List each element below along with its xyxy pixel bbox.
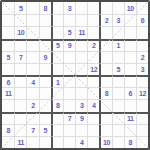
cell-r6c8[interactable]	[99, 75, 111, 87]
cell-r3c2[interactable]	[26, 39, 38, 51]
cell-r8c10[interactable]	[124, 99, 136, 111]
cell-r3c4[interactable]: 5	[51, 39, 63, 51]
cell-r11c3[interactable]	[39, 136, 51, 148]
cell-r5c7[interactable]: 12	[87, 63, 99, 75]
cell-r10c8[interactable]	[99, 124, 111, 136]
cell-r11c1[interactable]: 11	[14, 136, 26, 148]
cell-r3c9[interactable]: 1	[112, 39, 124, 51]
cell-r2c5[interactable]: 5	[63, 26, 75, 38]
cell-r4c2[interactable]	[26, 51, 38, 63]
cell-r5c9[interactable]: 5	[112, 63, 124, 75]
cell-r4c4[interactable]	[51, 51, 63, 63]
cell-r8c3[interactable]	[39, 99, 51, 111]
cell-r0c10[interactable]: 10	[124, 2, 136, 14]
cell-r0c2[interactable]	[26, 2, 38, 14]
cell-r0c6[interactable]	[75, 2, 87, 14]
cell-r2c8[interactable]	[99, 26, 111, 38]
cell-r0c8[interactable]	[99, 2, 111, 14]
cell-r7c7[interactable]	[87, 87, 99, 99]
cell-r6c11[interactable]	[136, 75, 148, 87]
cell-r7c10[interactable]: 6	[124, 87, 136, 99]
cell-r8c0[interactable]	[2, 99, 14, 111]
cell-r7c0[interactable]: 11	[2, 87, 14, 99]
cell-r7c11[interactable]: 12	[136, 87, 148, 99]
cell-r5c4[interactable]	[51, 63, 63, 75]
cell-r1c4[interactable]	[51, 14, 63, 26]
cell-r5c3[interactable]	[39, 63, 51, 75]
cell-r1c3[interactable]	[39, 14, 51, 26]
cell-r8c6[interactable]: 3	[75, 99, 87, 111]
cell-r9c9[interactable]	[112, 112, 124, 124]
cell-r6c10[interactable]	[124, 75, 136, 87]
cell-r8c4[interactable]: 8	[51, 99, 63, 111]
cell-r7c4[interactable]	[51, 87, 63, 99]
cell-r11c2[interactable]	[26, 136, 38, 148]
cell-r5c0[interactable]	[2, 63, 14, 75]
cell-r7c3[interactable]	[39, 87, 51, 99]
cell-r6c5[interactable]	[63, 75, 75, 87]
cell-r6c9[interactable]	[112, 75, 124, 87]
cell-r4c1[interactable]: 7	[14, 51, 26, 63]
cell-r7c5[interactable]	[63, 87, 75, 99]
cell-r10c2[interactable]: 7	[26, 124, 38, 136]
cell-r9c7[interactable]	[87, 112, 99, 124]
cell-r0c1[interactable]: 5	[14, 2, 26, 14]
cell-r3c10[interactable]	[124, 39, 136, 51]
cell-r1c1[interactable]	[14, 14, 26, 26]
cell-r0c5[interactable]: 3	[63, 2, 75, 14]
cell-r5c11[interactable]: 3	[136, 63, 148, 75]
cell-r2c7[interactable]	[87, 26, 99, 38]
cell-r6c4[interactable]: 1	[51, 75, 63, 87]
cell-r2c4[interactable]	[51, 26, 63, 38]
cell-r1c11[interactable]: 6	[136, 14, 148, 26]
cell-r1c6[interactable]	[75, 14, 87, 26]
cell-r2c1[interactable]: 10	[14, 26, 26, 38]
cell-r8c9[interactable]	[112, 99, 124, 111]
cell-r11c5[interactable]	[63, 136, 75, 148]
cell-r5c5[interactable]	[63, 63, 75, 75]
cell-r10c1[interactable]	[14, 124, 26, 136]
cell-r3c5[interactable]: 9	[63, 39, 75, 51]
cell-r0c4[interactable]	[51, 2, 63, 14]
cell-r11c6[interactable]: 4	[75, 136, 87, 148]
cell-r7c2[interactable]	[26, 87, 38, 99]
cell-r6c1[interactable]	[14, 75, 26, 87]
cell-r10c0[interactable]: 8	[2, 124, 14, 136]
cell-r2c10[interactable]	[124, 26, 136, 38]
cell-r8c11[interactable]	[136, 99, 148, 111]
cell-r9c0[interactable]	[2, 112, 14, 124]
cell-r9c4[interactable]	[51, 112, 63, 124]
cell-r2c3[interactable]	[39, 26, 51, 38]
cell-r4c11[interactable]: 2	[136, 51, 148, 63]
cell-r6c3[interactable]	[39, 75, 51, 87]
cell-r8c5[interactable]	[63, 99, 75, 111]
cell-r3c0[interactable]	[2, 39, 14, 51]
cell-r1c8[interactable]: 2	[99, 14, 111, 26]
cell-r8c1[interactable]	[14, 99, 26, 111]
cell-r3c3[interactable]	[39, 39, 51, 51]
cell-r1c0[interactable]	[2, 14, 14, 26]
sudoku-board: 5831023610511592157921253641118612283479…	[0, 0, 150, 150]
cell-r4c5[interactable]	[63, 51, 75, 63]
cell-r1c9[interactable]: 3	[112, 14, 124, 26]
cell-r4c6[interactable]	[75, 51, 87, 63]
cell-r0c0[interactable]	[2, 2, 14, 14]
cell-r5c6[interactable]	[75, 63, 87, 75]
cell-r3c7[interactable]: 2	[87, 39, 99, 51]
cell-r2c9[interactable]	[112, 26, 124, 38]
cell-r0c11[interactable]	[136, 2, 148, 14]
cell-r10c6[interactable]	[75, 124, 87, 136]
cell-r5c8[interactable]	[99, 63, 111, 75]
cell-r7c1[interactable]	[14, 87, 26, 99]
cell-r4c10[interactable]	[124, 51, 136, 63]
cell-r5c2[interactable]	[26, 63, 38, 75]
cell-r6c6[interactable]	[75, 75, 87, 87]
cell-r10c5[interactable]	[63, 124, 75, 136]
cell-r3c1[interactable]	[14, 39, 26, 51]
cell-r6c2[interactable]: 4	[26, 75, 38, 87]
cell-r11c11[interactable]	[136, 136, 148, 148]
cell-r4c9[interactable]	[112, 51, 124, 63]
cell-r4c7[interactable]	[87, 51, 99, 63]
cell-r2c11[interactable]	[136, 26, 148, 38]
cell-r1c2[interactable]	[26, 14, 38, 26]
cell-r9c8[interactable]	[99, 112, 111, 124]
cell-r0c7[interactable]	[87, 2, 99, 14]
cell-r10c9[interactable]	[112, 124, 124, 136]
cell-r7c6[interactable]	[75, 87, 87, 99]
cell-r7c9[interactable]	[112, 87, 124, 99]
cell-r9c10[interactable]: 11	[124, 112, 136, 124]
cell-r6c0[interactable]: 6	[2, 75, 14, 87]
cell-r11c9[interactable]	[112, 136, 124, 148]
cell-r11c0[interactable]	[2, 136, 14, 148]
cell-r8c8[interactable]	[99, 99, 111, 111]
cell-r10c11[interactable]	[136, 124, 148, 136]
cell-r1c5[interactable]	[63, 14, 75, 26]
cell-r5c10[interactable]	[124, 63, 136, 75]
cell-r4c8[interactable]	[99, 51, 111, 63]
cell-r2c6[interactable]: 11	[75, 26, 87, 38]
cell-r3c8[interactable]	[99, 39, 111, 51]
cell-r10c4[interactable]	[51, 124, 63, 136]
cell-r0c3[interactable]: 8	[39, 2, 51, 14]
cell-r9c11[interactable]	[136, 112, 148, 124]
cell-r6c7[interactable]	[87, 75, 99, 87]
cell-r10c3[interactable]: 5	[39, 124, 51, 136]
cell-r8c2[interactable]: 2	[26, 99, 38, 111]
cell-r11c7[interactable]	[87, 136, 99, 148]
cell-r9c3[interactable]	[39, 112, 51, 124]
cell-r8c7[interactable]: 4	[87, 99, 99, 111]
cell-r11c4[interactable]	[51, 136, 63, 148]
cell-r2c2[interactable]	[26, 26, 38, 38]
cell-r3c6[interactable]	[75, 39, 87, 51]
cell-r3c11[interactable]	[136, 39, 148, 51]
sudoku-app: 5831023610511592157921253641118612283479…	[0, 0, 150, 150]
cell-r9c2[interactable]	[26, 112, 38, 124]
cell-r9c1[interactable]	[14, 112, 26, 124]
cell-r1c10[interactable]	[124, 14, 136, 26]
cell-r10c10[interactable]	[124, 124, 136, 136]
cell-r4c0[interactable]: 5	[2, 51, 14, 63]
cell-r4c3[interactable]: 9	[39, 51, 51, 63]
cell-r9c6[interactable]: 9	[75, 112, 87, 124]
cell-r2c0[interactable]	[2, 26, 14, 38]
cell-r5c1[interactable]	[14, 63, 26, 75]
cell-r0c9[interactable]	[112, 2, 124, 14]
cell-r10c7[interactable]	[87, 124, 99, 136]
cell-r11c10[interactable]: 8	[124, 136, 136, 148]
cell-r9c5[interactable]: 7	[63, 112, 75, 124]
cell-r11c8[interactable]: 10	[99, 136, 111, 148]
cell-r1c7[interactable]	[87, 14, 99, 26]
cell-r7c8[interactable]: 8	[99, 87, 111, 99]
